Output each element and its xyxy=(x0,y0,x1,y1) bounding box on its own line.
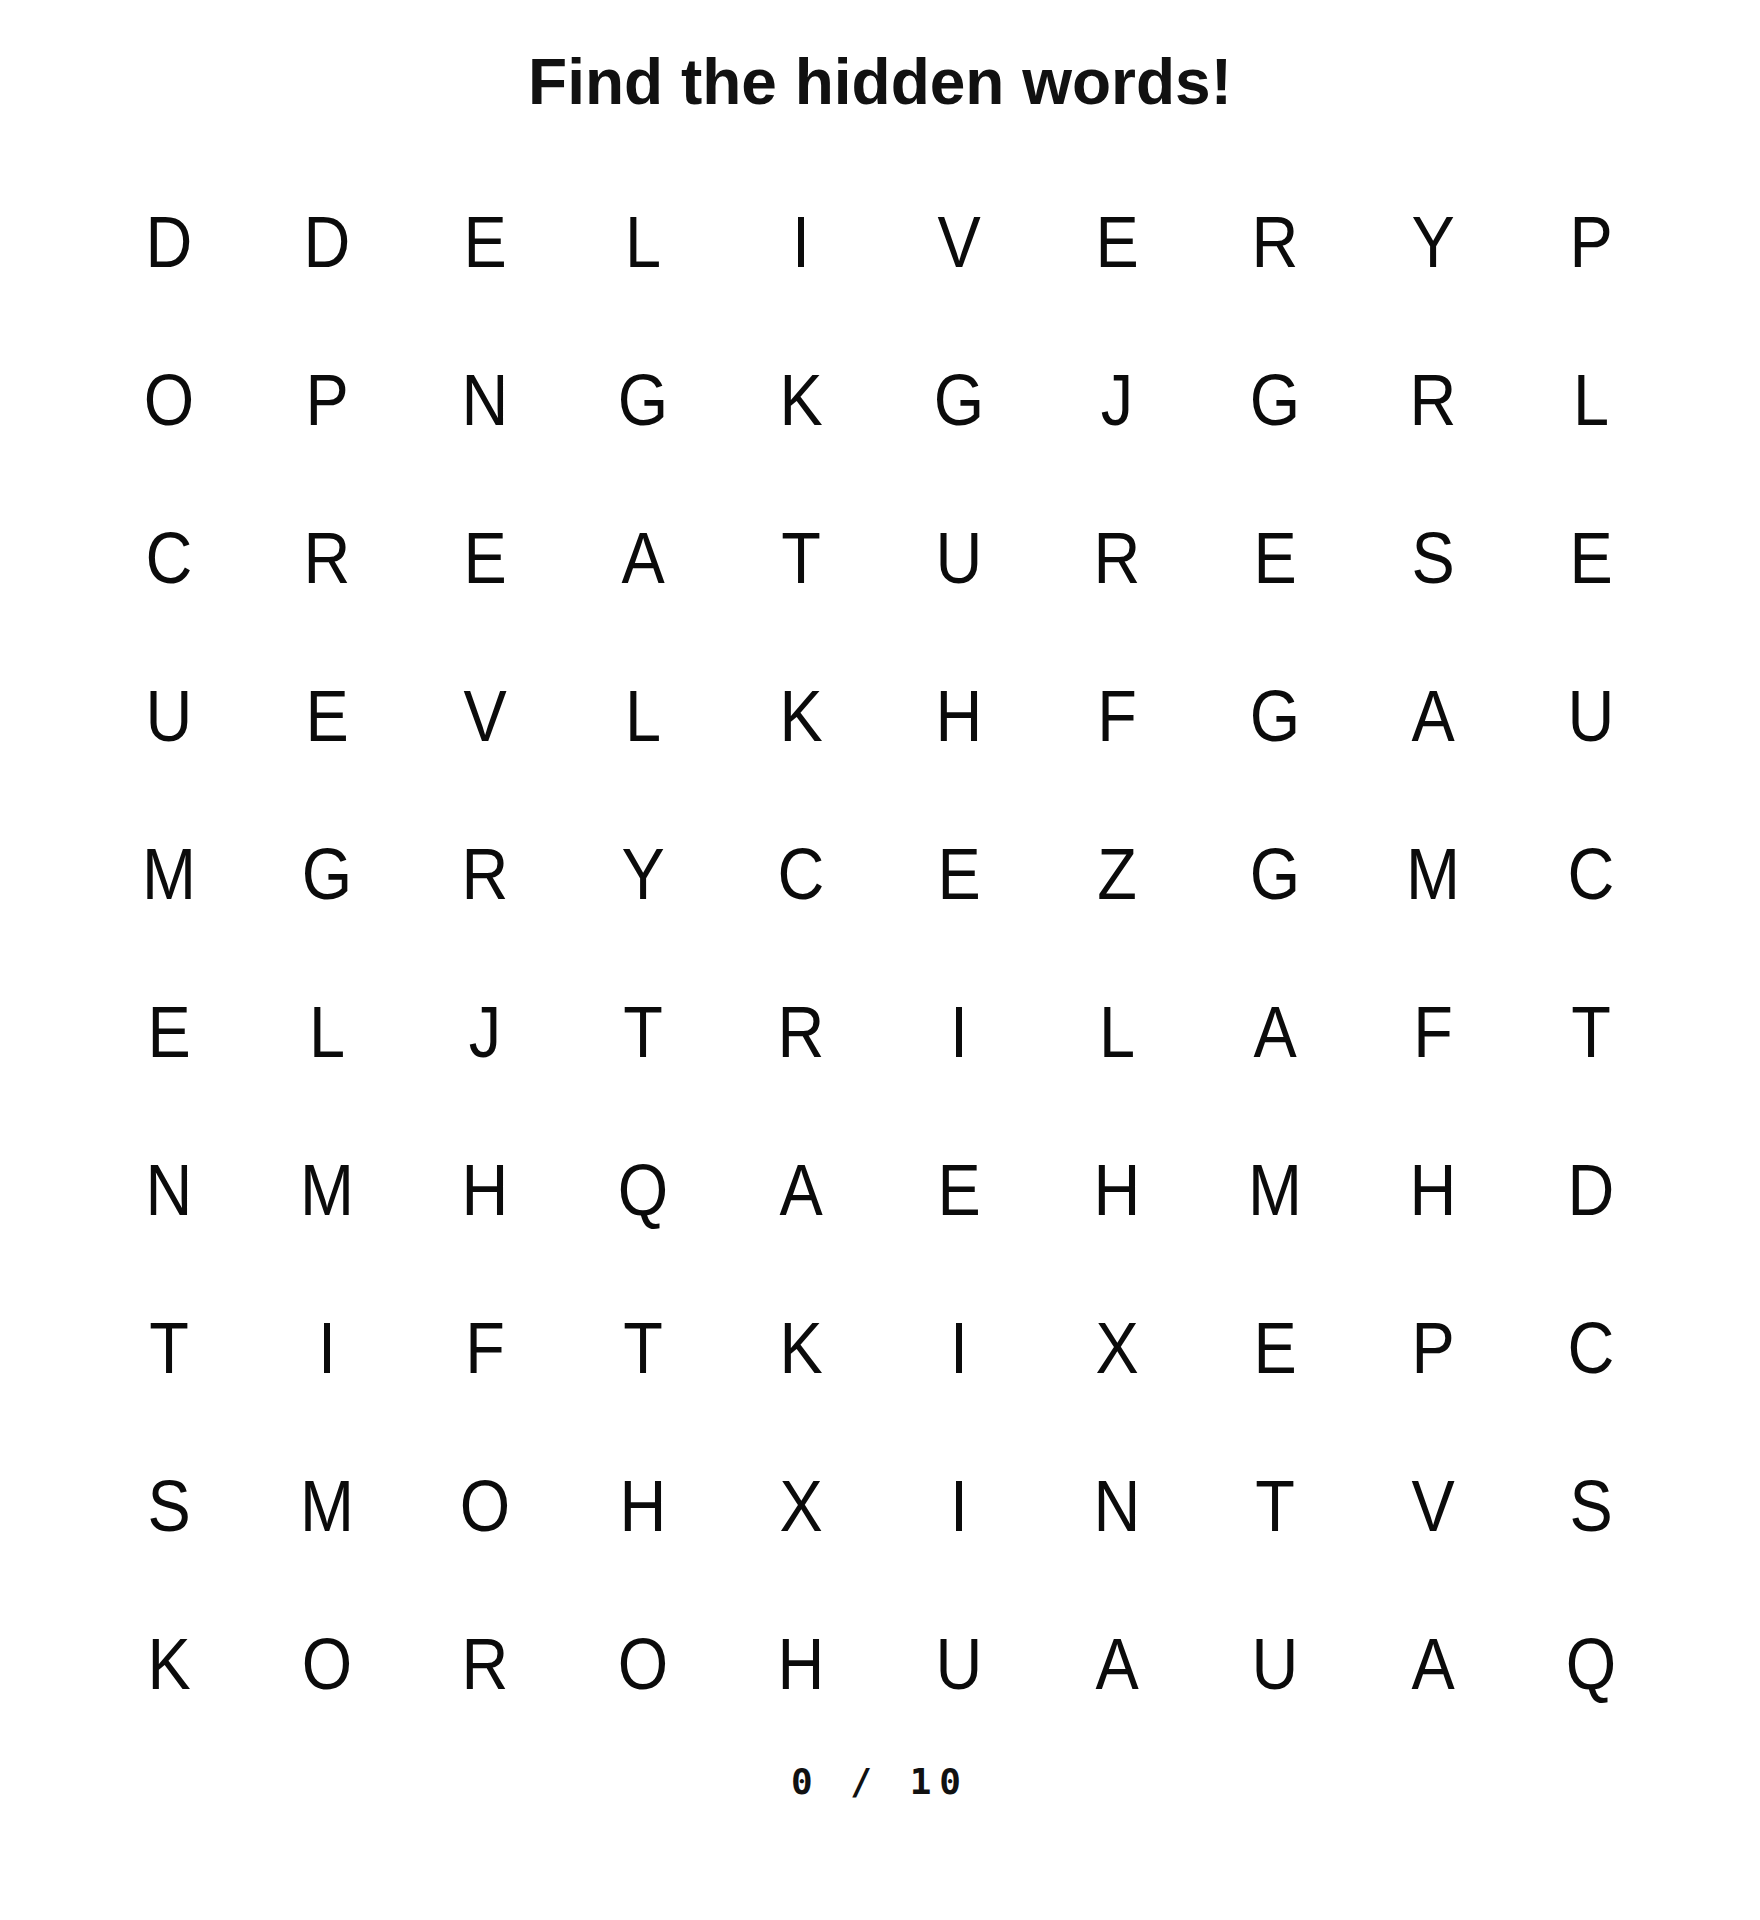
grid-cell[interactable]: I xyxy=(888,1269,1030,1427)
grid-cell[interactable]: L xyxy=(256,953,398,1111)
grid-cell[interactable]: R xyxy=(1362,321,1504,479)
grid-cell[interactable]: E xyxy=(414,163,556,321)
grid-cell[interactable]: C xyxy=(1520,1269,1662,1427)
grid-cell[interactable]: A xyxy=(730,1111,872,1269)
grid-cell[interactable]: O xyxy=(572,1585,714,1743)
grid-cell[interactable]: E xyxy=(888,795,1030,953)
grid-cell[interactable]: D xyxy=(256,163,398,321)
grid-cell[interactable]: A xyxy=(1046,1585,1188,1743)
grid-cell[interactable]: C xyxy=(730,795,872,953)
grid-cell[interactable]: L xyxy=(1046,953,1188,1111)
grid-cell[interactable]: Q xyxy=(1520,1585,1662,1743)
grid-cell[interactable]: P xyxy=(256,321,398,479)
grid-cell[interactable]: T xyxy=(572,1269,714,1427)
grid-cell[interactable]: K xyxy=(730,1269,872,1427)
grid-cell[interactable]: E xyxy=(1046,163,1188,321)
grid-cell[interactable]: A xyxy=(572,479,714,637)
grid-cell[interactable]: M xyxy=(1362,795,1504,953)
grid-cell[interactable]: D xyxy=(98,163,240,321)
grid-cell[interactable]: F xyxy=(1362,953,1504,1111)
grid-cell[interactable]: S xyxy=(98,1427,240,1585)
grid-cell[interactable]: U xyxy=(888,479,1030,637)
grid-cell[interactable]: J xyxy=(414,953,556,1111)
grid-cell[interactable]: G xyxy=(1204,637,1346,795)
grid-cell[interactable]: S xyxy=(1520,1427,1662,1585)
grid-cell[interactable]: Y xyxy=(1362,163,1504,321)
grid-cell[interactable]: H xyxy=(572,1427,714,1585)
grid-cell[interactable]: M xyxy=(1204,1111,1346,1269)
grid-cell[interactable]: E xyxy=(1520,479,1662,637)
grid-cell[interactable]: O xyxy=(414,1427,556,1585)
grid-cell[interactable]: Y xyxy=(572,795,714,953)
grid-cell[interactable]: F xyxy=(1046,637,1188,795)
grid-cell[interactable]: R xyxy=(1046,479,1188,637)
letter-grid: DDELIVERYPOPNGKGJGRLCREATURESEUEVLKHFGAU… xyxy=(90,163,1670,1743)
grid-cell[interactable]: G xyxy=(572,321,714,479)
grid-cell[interactable]: K xyxy=(730,321,872,479)
grid-cell[interactable]: A xyxy=(1204,953,1346,1111)
grid-cell[interactable]: I xyxy=(888,953,1030,1111)
grid-cell[interactable]: Z xyxy=(1046,795,1188,953)
grid-cell[interactable]: T xyxy=(730,479,872,637)
grid-cell[interactable]: I xyxy=(256,1269,398,1427)
grid-cell[interactable]: R xyxy=(730,953,872,1111)
grid-cell[interactable]: R xyxy=(256,479,398,637)
grid-cell[interactable]: A xyxy=(1362,637,1504,795)
grid-cell[interactable]: H xyxy=(730,1585,872,1743)
grid-cell[interactable]: N xyxy=(1046,1427,1188,1585)
grid-cell[interactable]: M xyxy=(98,795,240,953)
grid-cell[interactable]: N xyxy=(414,321,556,479)
grid-cell[interactable]: H xyxy=(1362,1111,1504,1269)
grid-cell[interactable]: E xyxy=(256,637,398,795)
grid-cell[interactable]: R xyxy=(414,1585,556,1743)
grid-cell[interactable]: M xyxy=(256,1111,398,1269)
grid-cell[interactable]: C xyxy=(98,479,240,637)
grid-cell[interactable]: S xyxy=(1362,479,1504,637)
grid-cell[interactable]: A xyxy=(1362,1585,1504,1743)
grid-cell[interactable]: O xyxy=(98,321,240,479)
grid-cell[interactable]: G xyxy=(1204,321,1346,479)
grid-cell[interactable]: R xyxy=(414,795,556,953)
grid-cell[interactable]: E xyxy=(1204,1269,1346,1427)
grid-cell[interactable]: H xyxy=(1046,1111,1188,1269)
grid-cell[interactable]: O xyxy=(256,1585,398,1743)
progress-counter: 0 / 10 xyxy=(791,1761,969,1802)
grid-cell[interactable]: E xyxy=(1204,479,1346,637)
grid-cell[interactable]: X xyxy=(1046,1269,1188,1427)
grid-cell[interactable]: E xyxy=(98,953,240,1111)
grid-cell[interactable]: K xyxy=(98,1585,240,1743)
grid-cell[interactable]: G xyxy=(888,321,1030,479)
grid-cell[interactable]: T xyxy=(572,953,714,1111)
grid-cell[interactable]: H xyxy=(888,637,1030,795)
grid-cell[interactable]: I xyxy=(888,1427,1030,1585)
grid-cell[interactable]: U xyxy=(888,1585,1030,1743)
grid-cell[interactable]: G xyxy=(1204,795,1346,953)
grid-cell[interactable]: V xyxy=(888,163,1030,321)
grid-cell[interactable]: M xyxy=(256,1427,398,1585)
grid-cell[interactable]: U xyxy=(1520,637,1662,795)
grid-cell[interactable]: V xyxy=(1362,1427,1504,1585)
grid-cell[interactable]: T xyxy=(1204,1427,1346,1585)
grid-cell[interactable]: Q xyxy=(572,1111,714,1269)
grid-cell[interactable]: T xyxy=(1520,953,1662,1111)
grid-cell[interactable]: F xyxy=(414,1269,556,1427)
grid-cell[interactable]: X xyxy=(730,1427,872,1585)
grid-cell[interactable]: H xyxy=(414,1111,556,1269)
grid-cell[interactable]: K xyxy=(730,637,872,795)
word-search-page: Find the hidden words! DDELIVERYPOPNGKGJ… xyxy=(0,0,1760,1920)
grid-cell[interactable]: U xyxy=(1204,1585,1346,1743)
grid-cell[interactable]: V xyxy=(414,637,556,795)
grid-cell[interactable]: E xyxy=(414,479,556,637)
grid-cell[interactable]: J xyxy=(1046,321,1188,479)
grid-cell[interactable]: G xyxy=(256,795,398,953)
grid-cell[interactable]: P xyxy=(1520,163,1662,321)
puzzle-title: Find the hidden words! xyxy=(528,50,1232,114)
grid-cell[interactable]: L xyxy=(572,163,714,321)
grid-cell[interactable]: L xyxy=(1520,321,1662,479)
grid-cell[interactable]: E xyxy=(888,1111,1030,1269)
grid-cell[interactable]: P xyxy=(1362,1269,1504,1427)
grid-cell[interactable]: R xyxy=(1204,163,1346,321)
grid-cell[interactable]: L xyxy=(572,637,714,795)
grid-cell[interactable]: C xyxy=(1520,795,1662,953)
grid-cell[interactable]: T xyxy=(98,1269,240,1427)
grid-cell[interactable]: N xyxy=(98,1111,240,1269)
grid-cell[interactable]: I xyxy=(730,163,872,321)
grid-cell[interactable]: U xyxy=(98,637,240,795)
grid-cell[interactable]: D xyxy=(1520,1111,1662,1269)
